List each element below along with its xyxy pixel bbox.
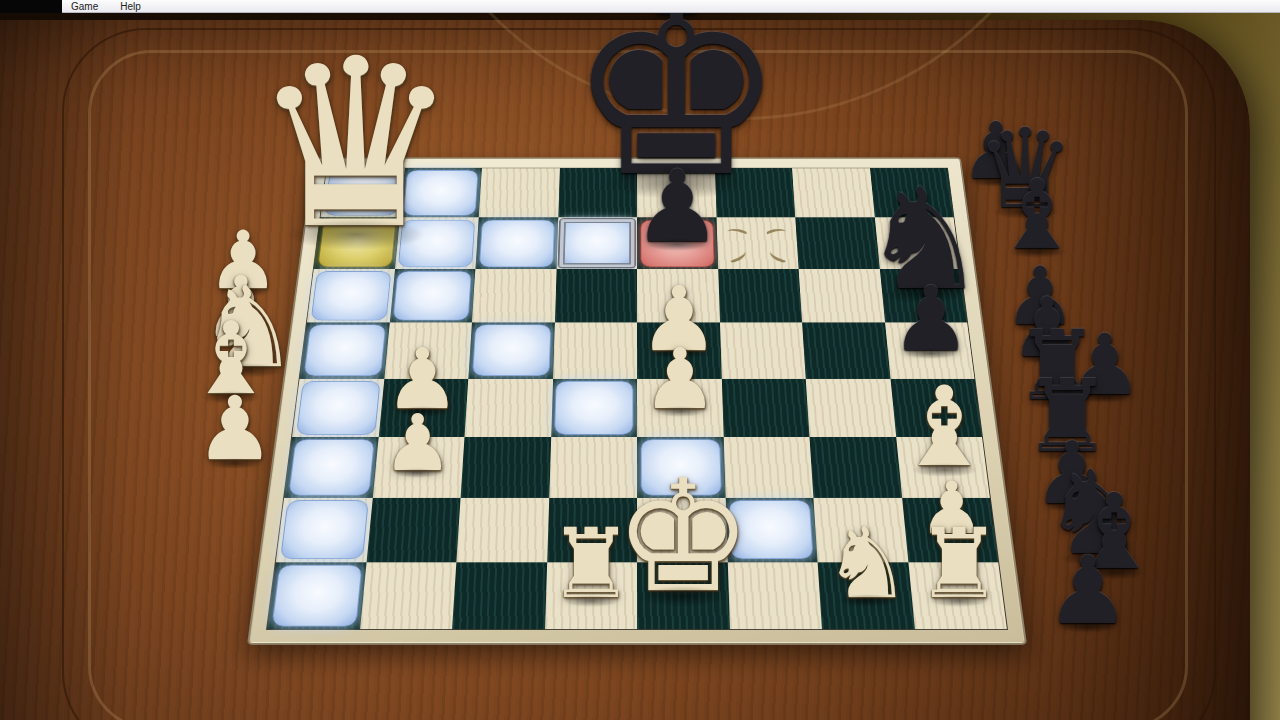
square-a1[interactable] <box>267 562 366 629</box>
menu-bar: Game Help <box>62 0 1280 13</box>
move-marker-arrow <box>726 249 749 263</box>
square-b2[interactable] <box>366 498 460 562</box>
piece-white-king-e1[interactable]: ♚ <box>614 466 753 608</box>
square-c1[interactable] <box>452 562 547 629</box>
menu-help[interactable]: Help <box>111 0 150 13</box>
square-c4[interactable] <box>465 378 553 436</box>
square-d4[interactable] <box>551 378 637 436</box>
square-f4[interactable] <box>721 378 809 436</box>
square-b1[interactable] <box>360 562 457 629</box>
captured-black-pawn: ♟ <box>1046 548 1130 634</box>
square-g5[interactable] <box>802 323 890 379</box>
menu-game[interactable]: Game <box>62 0 107 13</box>
square-c6[interactable] <box>472 269 556 323</box>
piece-white-knight-g1[interactable]: ♞ <box>823 518 911 608</box>
square-c3[interactable] <box>461 437 551 498</box>
square-a3[interactable] <box>284 437 378 498</box>
legal-highlight <box>554 381 633 435</box>
piece-white-rook-h1[interactable]: ♜ <box>916 520 1002 608</box>
square-d5[interactable] <box>553 323 637 379</box>
legal-highlight <box>303 325 386 376</box>
legal-highlight <box>288 439 375 495</box>
piece-white-queen-a7[interactable]: ♛ <box>251 38 460 252</box>
legal-highlight <box>479 220 555 267</box>
captured-white-pawn: ♟ <box>196 389 275 470</box>
legal-highlight <box>271 565 362 627</box>
piece-white-pawn-b3[interactable]: ♟ <box>382 407 452 479</box>
square-f6[interactable] <box>718 269 802 323</box>
legal-highlight <box>296 381 381 435</box>
square-a4[interactable] <box>292 378 384 436</box>
legal-highlight <box>280 501 369 560</box>
square-f5[interactable] <box>720 323 806 379</box>
piece-white-bishop-h3[interactable]: ♝ <box>895 377 994 478</box>
square-a5[interactable] <box>300 323 390 379</box>
piece-black-pawn-h5[interactable]: ♟ <box>891 278 971 360</box>
legal-highlight <box>472 325 551 376</box>
square-c8[interactable] <box>479 168 560 217</box>
piece-black-pawn-e7[interactable]: ♟ <box>633 161 722 252</box>
square-a2[interactable] <box>276 498 373 562</box>
window-corner-strip <box>0 0 62 13</box>
captured-black-bishop: ♝ <box>994 171 1080 259</box>
square-c5[interactable] <box>468 323 554 379</box>
square-c2[interactable] <box>456 498 548 562</box>
square-d6[interactable] <box>554 269 637 323</box>
square-c7[interactable] <box>475 218 557 269</box>
move-marker-arrow <box>767 249 789 263</box>
piece-white-pawn-e4[interactable]: ♟ <box>642 341 717 418</box>
square-g4[interactable] <box>806 378 896 436</box>
square-g3[interactable] <box>809 437 901 498</box>
